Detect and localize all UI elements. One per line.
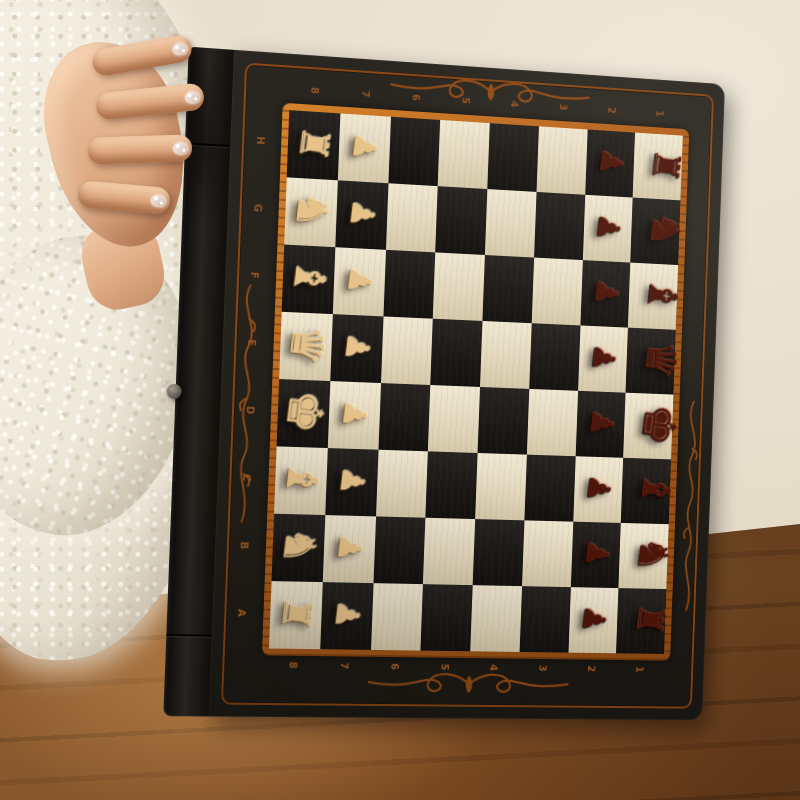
white-pawn[interactable]: ♟ bbox=[335, 465, 370, 498]
coord-top-5: 5 bbox=[460, 97, 471, 104]
white-rook[interactable]: ♜ bbox=[294, 123, 337, 164]
square-c4[interactable] bbox=[475, 453, 526, 520]
square-b6[interactable] bbox=[373, 516, 426, 584]
black-pawn[interactable]: ♟ bbox=[583, 472, 616, 504]
square-h5[interactable] bbox=[438, 120, 490, 189]
square-e6[interactable] bbox=[381, 316, 433, 385]
coord-left-E: E bbox=[246, 339, 257, 346]
coord-bottom-1: 1 bbox=[634, 666, 644, 673]
square-c7[interactable]: ♟ bbox=[325, 448, 378, 516]
coord-left-F: F bbox=[249, 272, 260, 279]
square-e4[interactable] bbox=[480, 321, 531, 389]
square-e8[interactable]: ♛ bbox=[279, 312, 332, 381]
square-c8[interactable]: ♝ bbox=[274, 446, 328, 515]
square-a5[interactable] bbox=[421, 584, 473, 651]
square-e3[interactable] bbox=[529, 323, 580, 391]
square-c3[interactable] bbox=[524, 455, 575, 522]
square-b3[interactable] bbox=[522, 520, 573, 587]
black-pawn[interactable]: ♟ bbox=[590, 277, 623, 309]
square-g2[interactable]: ♟ bbox=[582, 195, 632, 263]
square-f5[interactable] bbox=[433, 252, 485, 321]
square-b5[interactable] bbox=[423, 518, 475, 585]
square-a8[interactable]: ♜ bbox=[269, 581, 323, 649]
white-rook[interactable]: ♜ bbox=[276, 594, 319, 633]
square-a7[interactable]: ♟ bbox=[320, 582, 373, 650]
square-a4[interactable] bbox=[470, 585, 522, 652]
coord-bottom-4: 4 bbox=[489, 664, 499, 671]
white-pawn[interactable]: ♟ bbox=[330, 599, 365, 631]
square-g4[interactable] bbox=[485, 189, 536, 257]
fingernail bbox=[172, 41, 189, 56]
white-knight[interactable]: ♞ bbox=[289, 188, 336, 233]
board-field: ♜♟♟♜♞♟♟♞♝♟♟♝♛♟♟♛♚♟♟♚♝♟♟♝♞♟♟♞♜♟♟♜ bbox=[269, 110, 683, 654]
fingernail bbox=[150, 193, 168, 208]
coord-top-6: 6 bbox=[410, 94, 421, 101]
coord-bottom-2: 2 bbox=[586, 665, 596, 672]
square-c1[interactable]: ♝ bbox=[621, 458, 671, 524]
black-pawn[interactable]: ♟ bbox=[578, 603, 611, 635]
coord-bottom-3: 3 bbox=[537, 665, 547, 672]
square-d6[interactable] bbox=[378, 383, 430, 451]
black-bishop[interactable]: ♝ bbox=[633, 468, 677, 510]
square-f1[interactable]: ♝ bbox=[628, 263, 678, 330]
square-a3[interactable] bbox=[519, 586, 570, 652]
square-d3[interactable] bbox=[527, 389, 578, 456]
square-g6[interactable] bbox=[386, 183, 438, 252]
square-f8[interactable]: ♝ bbox=[282, 245, 335, 315]
square-f6[interactable] bbox=[383, 250, 435, 319]
coord-left-H: H bbox=[255, 136, 266, 145]
square-c2[interactable]: ♟ bbox=[573, 456, 624, 523]
square-h2[interactable]: ♟ bbox=[585, 129, 635, 197]
white-pawn[interactable]: ♟ bbox=[333, 532, 368, 565]
square-g3[interactable] bbox=[534, 192, 585, 260]
square-f7[interactable]: ♟ bbox=[333, 247, 386, 316]
square-b8[interactable]: ♞ bbox=[272, 514, 326, 582]
black-pawn[interactable]: ♟ bbox=[587, 342, 620, 374]
white-pawn[interactable]: ♟ bbox=[345, 197, 380, 230]
coord-top-1: 1 bbox=[654, 110, 664, 117]
coord-top-3: 3 bbox=[558, 103, 568, 110]
square-d1[interactable]: ♚ bbox=[623, 393, 673, 460]
square-h8[interactable]: ♜ bbox=[287, 110, 340, 180]
white-king[interactable]: ♚ bbox=[278, 387, 331, 437]
coord-top-4: 4 bbox=[509, 100, 519, 107]
square-c6[interactable] bbox=[376, 450, 428, 518]
fingernail bbox=[185, 90, 201, 104]
white-pawn[interactable]: ♟ bbox=[348, 130, 383, 164]
square-h7[interactable]: ♟ bbox=[338, 113, 391, 183]
square-g8[interactable]: ♞ bbox=[284, 177, 337, 247]
black-knight[interactable]: ♞ bbox=[631, 534, 675, 576]
black-pawn[interactable]: ♟ bbox=[585, 407, 618, 439]
square-d8[interactable]: ♚ bbox=[277, 379, 330, 448]
black-rook[interactable]: ♜ bbox=[630, 601, 670, 639]
square-a1[interactable]: ♜ bbox=[616, 588, 666, 654]
coord-bottom-7: 7 bbox=[339, 662, 350, 669]
scroll-ornament-bottom bbox=[355, 668, 581, 700]
square-h1[interactable]: ♜ bbox=[633, 133, 683, 201]
coord-top-7: 7 bbox=[360, 90, 371, 98]
chess-board: ♜♟♟♜♞♟♟♞♝♟♟♝♛♟♟♛♚♟♟♚♝♟♟♝♞♟♟♞♜♟♟♜ 8765432… bbox=[209, 50, 725, 720]
coord-left-B: B bbox=[239, 541, 250, 549]
square-e7[interactable]: ♟ bbox=[330, 314, 383, 383]
black-queen[interactable]: ♛ bbox=[637, 337, 684, 383]
square-g1[interactable]: ♞ bbox=[630, 198, 680, 265]
coord-bottom-6: 6 bbox=[389, 663, 400, 670]
coord-left-C: C bbox=[241, 474, 252, 482]
square-b2[interactable]: ♟ bbox=[570, 522, 621, 588]
square-g7[interactable]: ♟ bbox=[335, 180, 388, 250]
coord-top-8: 8 bbox=[310, 87, 321, 95]
chess-box: ♜♟♟♜♞♟♟♞♝♟♟♝♛♟♟♛♚♟♟♚♝♟♟♝♞♟♟♞♜♟♟♜ 8765432… bbox=[163, 47, 725, 720]
square-f2[interactable]: ♟ bbox=[580, 260, 630, 328]
coord-top-2: 2 bbox=[606, 107, 616, 114]
white-pawn[interactable]: ♟ bbox=[343, 264, 378, 297]
black-bishop[interactable]: ♝ bbox=[641, 274, 685, 317]
inner-copper-frame: ♜♟♟♜♞♟♟♞♝♟♟♝♛♟♟♛♚♟♟♚♝♟♟♝♞♟♟♞♜♟♟♜ bbox=[262, 103, 689, 661]
white-pawn[interactable]: ♟ bbox=[340, 331, 375, 364]
coord-bottom-5: 5 bbox=[439, 664, 450, 671]
square-d7[interactable]: ♟ bbox=[328, 381, 381, 450]
black-rook[interactable]: ♜ bbox=[646, 146, 686, 185]
coord-left-G: G bbox=[252, 204, 263, 213]
square-d2[interactable]: ♟ bbox=[575, 391, 626, 458]
square-e5[interactable] bbox=[431, 319, 483, 387]
square-f4[interactable] bbox=[482, 255, 533, 323]
black-pawn[interactable]: ♟ bbox=[592, 211, 625, 244]
white-queen[interactable]: ♛ bbox=[282, 321, 332, 368]
square-a6[interactable] bbox=[371, 583, 424, 650]
black-pawn[interactable]: ♟ bbox=[595, 146, 628, 179]
white-pawn[interactable]: ♟ bbox=[338, 398, 373, 431]
square-e1[interactable]: ♛ bbox=[626, 328, 676, 395]
square-d4[interactable] bbox=[478, 387, 529, 455]
square-a2[interactable]: ♟ bbox=[568, 587, 619, 653]
clasp-knob bbox=[166, 384, 181, 400]
black-king[interactable]: ♚ bbox=[634, 400, 684, 448]
square-b1[interactable]: ♞ bbox=[619, 523, 669, 589]
ring-finger bbox=[88, 134, 193, 165]
coord-left-A: A bbox=[236, 609, 247, 617]
square-b4[interactable] bbox=[473, 519, 525, 586]
fingernail bbox=[173, 141, 189, 155]
square-d5[interactable] bbox=[428, 385, 480, 453]
white-knight[interactable]: ♞ bbox=[276, 524, 323, 568]
box-lid-seam bbox=[166, 634, 211, 637]
square-c5[interactable] bbox=[426, 451, 478, 519]
square-f3[interactable] bbox=[531, 258, 582, 326]
square-b7[interactable]: ♟ bbox=[323, 515, 376, 583]
coord-left-D: D bbox=[244, 406, 255, 415]
square-e2[interactable]: ♟ bbox=[578, 325, 628, 392]
scene: ♜♟♟♜♞♟♟♞♝♟♟♝♛♟♟♛♚♟♟♚♝♟♟♝♞♟♟♞♜♟♟♜ 8765432… bbox=[0, 0, 800, 800]
square-h4[interactable] bbox=[487, 123, 538, 192]
square-g5[interactable] bbox=[435, 186, 487, 255]
coord-bottom-8: 8 bbox=[288, 662, 299, 669]
white-bishop[interactable]: ♝ bbox=[279, 457, 326, 501]
black-knight[interactable]: ♞ bbox=[643, 209, 687, 252]
white-bishop[interactable]: ♝ bbox=[287, 255, 334, 299]
square-h3[interactable] bbox=[536, 126, 587, 194]
black-pawn[interactable]: ♟ bbox=[580, 538, 613, 570]
square-h6[interactable] bbox=[388, 117, 440, 186]
